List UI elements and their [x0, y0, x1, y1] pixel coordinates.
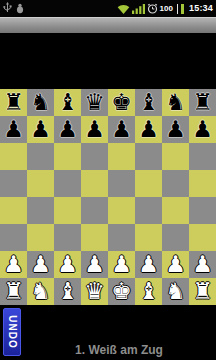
square-h5[interactable] — [189, 170, 216, 197]
undo-button-label: UNDO — [7, 315, 18, 348]
square-h2[interactable]: ♟ — [189, 251, 216, 278]
square-d8[interactable]: ♛ — [81, 89, 108, 116]
square-f5[interactable] — [135, 170, 162, 197]
white-rook: ♜ — [0, 278, 27, 305]
white-bishop: ♝ — [135, 278, 162, 305]
square-a8[interactable]: ♜ — [0, 89, 27, 116]
square-e4[interactable] — [108, 197, 135, 224]
square-c1[interactable]: ♝ — [54, 278, 81, 305]
square-g7[interactable]: ♟ — [162, 116, 189, 143]
white-pawn: ♟ — [0, 251, 27, 278]
black-pawn: ♟ — [27, 116, 54, 143]
phone-screen: 100 15:34 ♜♞♝♛♚♝♞♜♟♟♟♟♟♟♟♟♟♟♟♟♟♟♟♟♜♞♝♛♚♝… — [0, 0, 216, 360]
square-a3[interactable] — [0, 224, 27, 251]
square-b2[interactable]: ♟ — [27, 251, 54, 278]
white-knight: ♞ — [27, 278, 54, 305]
square-c6[interactable] — [54, 143, 81, 170]
move-status-text: 1. Weiß am Zug — [22, 343, 216, 357]
square-c4[interactable] — [54, 197, 81, 224]
square-g1[interactable]: ♞ — [162, 278, 189, 305]
black-king: ♚ — [108, 89, 135, 116]
wifi-icon — [117, 0, 130, 18]
square-d2[interactable]: ♟ — [81, 251, 108, 278]
black-pawn: ♟ — [0, 116, 27, 143]
square-a4[interactable] — [0, 197, 27, 224]
alarm-clock-icon — [147, 0, 158, 18]
square-d7[interactable]: ♟ — [81, 116, 108, 143]
square-e1[interactable]: ♚ — [108, 278, 135, 305]
white-bishop: ♝ — [54, 278, 81, 305]
square-h8[interactable]: ♜ — [189, 89, 216, 116]
white-rook: ♜ — [189, 278, 216, 305]
square-h6[interactable] — [189, 143, 216, 170]
square-h1[interactable]: ♜ — [189, 278, 216, 305]
white-knight: ♞ — [162, 278, 189, 305]
square-e2[interactable]: ♟ — [108, 251, 135, 278]
status-bar-right: 100 15:34 — [117, 0, 213, 18]
square-e7[interactable]: ♟ — [108, 116, 135, 143]
square-c3[interactable] — [54, 224, 81, 251]
app-title-bar — [0, 17, 216, 33]
black-pawn: ♟ — [162, 116, 189, 143]
square-h7[interactable]: ♟ — [189, 116, 216, 143]
black-bishop: ♝ — [135, 89, 162, 116]
square-c5[interactable] — [54, 170, 81, 197]
black-pawn: ♟ — [189, 116, 216, 143]
black-knight: ♞ — [27, 89, 54, 116]
square-a7[interactable]: ♟ — [0, 116, 27, 143]
black-pawn: ♟ — [81, 116, 108, 143]
black-pawn: ♟ — [54, 116, 81, 143]
square-b3[interactable] — [27, 224, 54, 251]
square-f8[interactable]: ♝ — [135, 89, 162, 116]
square-b8[interactable]: ♞ — [27, 89, 54, 116]
white-queen: ♛ — [81, 278, 108, 305]
debug-icon — [15, 0, 25, 18]
square-b7[interactable]: ♟ — [27, 116, 54, 143]
square-c7[interactable]: ♟ — [54, 116, 81, 143]
usb-icon — [3, 0, 12, 18]
square-b4[interactable] — [27, 197, 54, 224]
battery-icon — [177, 4, 178, 14]
white-pawn: ♟ — [54, 251, 81, 278]
black-rook: ♜ — [0, 89, 27, 116]
square-a2[interactable]: ♟ — [0, 251, 27, 278]
square-d1[interactable]: ♛ — [81, 278, 108, 305]
square-g8[interactable]: ♞ — [162, 89, 189, 116]
android-status-bar: 100 15:34 — [0, 0, 216, 17]
black-bishop: ♝ — [54, 89, 81, 116]
square-d5[interactable] — [81, 170, 108, 197]
white-king: ♚ — [108, 278, 135, 305]
square-g2[interactable]: ♟ — [162, 251, 189, 278]
square-e3[interactable] — [108, 224, 135, 251]
white-pawn: ♟ — [135, 251, 162, 278]
square-f4[interactable] — [135, 197, 162, 224]
undo-button[interactable]: UNDO — [3, 308, 21, 356]
square-f6[interactable] — [135, 143, 162, 170]
black-pawn: ♟ — [108, 116, 135, 143]
square-d6[interactable] — [81, 143, 108, 170]
battery-level-bar — [181, 4, 184, 14]
square-a1[interactable]: ♜ — [0, 278, 27, 305]
square-f1[interactable]: ♝ — [135, 278, 162, 305]
square-a6[interactable] — [0, 143, 27, 170]
square-e8[interactable]: ♚ — [108, 89, 135, 116]
square-h4[interactable] — [189, 197, 216, 224]
square-b6[interactable] — [27, 143, 54, 170]
square-d4[interactable] — [81, 197, 108, 224]
white-pawn: ♟ — [81, 251, 108, 278]
white-pawn: ♟ — [189, 251, 216, 278]
status-bar-clock: 15:34 — [189, 0, 213, 17]
status-bar-left — [3, 0, 25, 18]
white-pawn: ♟ — [27, 251, 54, 278]
black-queen: ♛ — [81, 89, 108, 116]
square-b5[interactable] — [27, 170, 54, 197]
white-pawn: ♟ — [162, 251, 189, 278]
square-f3[interactable] — [135, 224, 162, 251]
square-g3[interactable] — [162, 224, 189, 251]
signal-strength-icon — [132, 0, 145, 18]
square-a5[interactable] — [0, 170, 27, 197]
square-f7[interactable]: ♟ — [135, 116, 162, 143]
square-c2[interactable]: ♟ — [54, 251, 81, 278]
white-pawn: ♟ — [108, 251, 135, 278]
black-rook: ♜ — [189, 89, 216, 116]
battery-percent: 100 — [160, 0, 173, 17]
square-f2[interactable]: ♟ — [135, 251, 162, 278]
square-g6[interactable] — [162, 143, 189, 170]
square-g5[interactable] — [162, 170, 189, 197]
chess-board: ♜♞♝♛♚♝♞♜♟♟♟♟♟♟♟♟♟♟♟♟♟♟♟♟♜♞♝♛♚♝♞♜ — [0, 89, 216, 305]
square-e6[interactable] — [108, 143, 135, 170]
square-b1[interactable]: ♞ — [27, 278, 54, 305]
black-knight: ♞ — [162, 89, 189, 116]
square-e5[interactable] — [108, 170, 135, 197]
square-g4[interactable] — [162, 197, 189, 224]
square-c8[interactable]: ♝ — [54, 89, 81, 116]
square-h3[interactable] — [189, 224, 216, 251]
square-d3[interactable] — [81, 224, 108, 251]
black-pawn: ♟ — [135, 116, 162, 143]
